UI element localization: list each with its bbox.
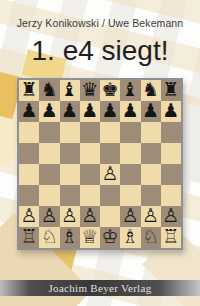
- white-pawn-piece: ♙: [21, 206, 38, 225]
- white-pawn-piece: ♙: [41, 206, 58, 225]
- square-d2: ♙: [80, 206, 100, 227]
- square-c6: [60, 122, 80, 143]
- square-b6: [39, 122, 59, 143]
- square-c5: [60, 143, 80, 164]
- black-pawn-piece: ♟: [21, 101, 38, 120]
- square-c3: [60, 185, 80, 206]
- black-rook-piece: ♜: [21, 80, 38, 99]
- square-a6: [19, 122, 39, 143]
- book-cover: Jerzy Konikowski / Uwe Bekemann 1. e4 si…: [0, 0, 200, 306]
- square-a3: [19, 185, 39, 206]
- chess-board: ♜♞♝♛♚♝♞♜♟♟♟♟♟♟♟♟♙♙♙♙♙♙♙♙♖♘♗♕♔♗♘♖: [17, 78, 183, 250]
- white-knight-piece: ♘: [41, 227, 58, 246]
- square-h2: ♙: [161, 206, 181, 227]
- black-pawn-piece: ♟: [102, 101, 119, 120]
- square-g7: ♟: [141, 101, 161, 122]
- square-d6: [80, 122, 100, 143]
- square-e6: [100, 122, 120, 143]
- square-d5: [80, 143, 100, 164]
- square-b3: [39, 185, 59, 206]
- square-b7: ♟: [39, 101, 59, 122]
- square-c4: [60, 164, 80, 185]
- white-knight-piece: ♘: [142, 227, 159, 246]
- square-g6: [141, 122, 161, 143]
- white-pawn-piece: ♙: [102, 164, 119, 183]
- square-d1: ♕: [80, 227, 100, 248]
- black-knight-piece: ♞: [142, 80, 159, 99]
- square-f4: [120, 164, 140, 185]
- white-pawn-piece: ♙: [81, 206, 98, 225]
- square-c7: ♟: [60, 101, 80, 122]
- black-queen-piece: ♛: [81, 80, 98, 99]
- square-g5: [141, 143, 161, 164]
- square-a5: [19, 143, 39, 164]
- square-b8: ♞: [39, 80, 59, 101]
- white-king-piece: ♔: [102, 227, 119, 246]
- square-d7: ♟: [80, 101, 100, 122]
- black-pawn-piece: ♟: [81, 101, 98, 120]
- square-e4: ♙: [100, 164, 120, 185]
- square-c2: ♙: [60, 206, 80, 227]
- square-a1: ♖: [19, 227, 39, 248]
- square-f8: ♝: [120, 80, 140, 101]
- square-e5: [100, 143, 120, 164]
- square-g2: ♙: [141, 206, 161, 227]
- square-f7: ♟: [120, 101, 140, 122]
- publisher-name: Joachim Beyer Verlag: [49, 282, 152, 294]
- square-h7: ♟: [161, 101, 181, 122]
- square-d8: ♛: [80, 80, 100, 101]
- square-g8: ♞: [141, 80, 161, 101]
- white-pawn-piece: ♙: [122, 206, 139, 225]
- square-h5: [161, 143, 181, 164]
- square-e8: ♚: [100, 80, 120, 101]
- publisher-band: Joachim Beyer Verlag: [0, 280, 200, 296]
- square-f2: ♙: [120, 206, 140, 227]
- square-c8: ♝: [60, 80, 80, 101]
- white-bishop-piece: ♗: [61, 227, 78, 246]
- white-rook-piece: ♖: [21, 227, 38, 246]
- square-f1: ♗: [120, 227, 140, 248]
- black-knight-piece: ♞: [41, 80, 58, 99]
- square-g4: [141, 164, 161, 185]
- square-f6: [120, 122, 140, 143]
- white-rook-piece: ♖: [162, 227, 179, 246]
- black-pawn-piece: ♟: [41, 101, 58, 120]
- square-a8: ♜: [19, 80, 39, 101]
- square-a4: [19, 164, 39, 185]
- square-e1: ♔: [100, 227, 120, 248]
- black-pawn-piece: ♟: [61, 101, 78, 120]
- square-h8: ♜: [161, 80, 181, 101]
- white-pawn-piece: ♙: [142, 206, 159, 225]
- square-h4: [161, 164, 181, 185]
- square-d4: [80, 164, 100, 185]
- square-b4: [39, 164, 59, 185]
- black-king-piece: ♚: [102, 80, 119, 99]
- authors-line: Jerzy Konikowski / Uwe Bekemann: [0, 17, 200, 29]
- black-pawn-piece: ♟: [122, 101, 139, 120]
- square-c1: ♗: [60, 227, 80, 248]
- white-pawn-piece: ♙: [61, 206, 78, 225]
- black-bishop-piece: ♝: [61, 80, 78, 99]
- square-e2: [100, 206, 120, 227]
- white-queen-piece: ♕: [81, 227, 98, 246]
- black-rook-piece: ♜: [162, 80, 179, 99]
- square-f5: [120, 143, 140, 164]
- square-h6: [161, 122, 181, 143]
- square-d3: [80, 185, 100, 206]
- black-pawn-piece: ♟: [142, 101, 159, 120]
- square-a7: ♟: [19, 101, 39, 122]
- book-title: 1. e4 siegt!: [0, 35, 200, 67]
- white-bishop-piece: ♗: [122, 227, 139, 246]
- black-pawn-piece: ♟: [162, 101, 179, 120]
- black-bishop-piece: ♝: [122, 80, 139, 99]
- white-pawn-piece: ♙: [162, 206, 179, 225]
- square-h1: ♖: [161, 227, 181, 248]
- square-e7: ♟: [100, 101, 120, 122]
- square-h3: [161, 185, 181, 206]
- square-b5: [39, 143, 59, 164]
- square-b1: ♘: [39, 227, 59, 248]
- square-b2: ♙: [39, 206, 59, 227]
- square-g1: ♘: [141, 227, 161, 248]
- square-f3: [120, 185, 140, 206]
- square-a2: ♙: [19, 206, 39, 227]
- square-g3: [141, 185, 161, 206]
- square-e3: [100, 185, 120, 206]
